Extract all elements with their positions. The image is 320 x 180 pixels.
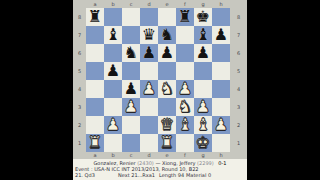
coord-label: 3 [73,98,86,116]
square-d1[interactable] [140,134,158,152]
square-b8[interactable] [104,8,122,26]
chess-panel: abcdefgh 87654321 ♜♜♚♝♛♞♝♟♞♟♟♟♟♟♟♞♟♟♞♟♟♛… [73,0,247,180]
board-frame: abcdefgh 87654321 ♜♜♚♝♛♞♝♟♞♟♟♟♟♟♟♞♟♟♞♟♟♛… [73,0,247,159]
square-c5[interactable] [122,62,140,80]
coord-label: d [140,0,158,8]
white-bishop: ♝ [178,116,192,134]
square-b1[interactable] [104,134,122,152]
frame-corner [73,152,86,159]
square-f6[interactable] [176,44,194,62]
black-pawn: ♟ [124,80,138,98]
square-c6[interactable]: ♞ [122,44,140,62]
black-pawn: ♟ [142,44,156,62]
black-pawn: ♟ [214,26,228,44]
square-e4[interactable]: ♞ [158,80,176,98]
white-king: ♚ [196,134,210,152]
square-c3[interactable]: ♟ [122,98,140,116]
black-bishop: ♝ [106,26,120,44]
square-b4[interactable] [104,80,122,98]
white-pawn: ♟ [142,80,156,98]
white-bishop: ♝ [196,116,210,134]
white-rook: ♜ [160,134,174,152]
coord-label: 2 [73,116,86,134]
square-a3[interactable] [86,98,104,116]
white-pawn: ♟ [214,116,228,134]
square-f2[interactable]: ♝ [176,116,194,134]
black-pawn: ♟ [106,62,120,80]
square-c8[interactable] [122,8,140,26]
coord-label: 4 [230,80,247,98]
black-rating: (2299) [197,160,214,166]
black-pawn: ♟ [160,44,174,62]
black-knight: ♞ [124,44,138,62]
white-knight: ♞ [160,80,174,98]
square-c4[interactable]: ♟ [122,80,140,98]
square-f7[interactable] [176,26,194,44]
white-pawn: ♟ [196,98,210,116]
frame-corner [230,152,247,159]
white-knight: ♞ [178,98,192,116]
coord-label: 1 [73,134,86,152]
frame-corner [230,0,247,8]
square-a7[interactable] [86,26,104,44]
square-b2[interactable]: ♟ [104,116,122,134]
square-a6[interactable] [86,44,104,62]
coord-label: 1 [230,134,247,152]
square-g1[interactable]: ♚ [194,134,212,152]
square-h4[interactable] [212,80,230,98]
game-result: 0-1 [218,160,226,166]
square-g6[interactable]: ♟ [194,44,212,62]
square-g8[interactable]: ♚ [194,8,212,26]
square-a8[interactable]: ♜ [86,8,104,26]
material-balance: Material 0 [186,172,211,178]
square-f8[interactable]: ♜ [176,8,194,26]
square-c2[interactable] [122,116,140,134]
frame-corner [73,0,86,8]
players-line: Gonzalez, Renier (2430) — Xiong, Jeffery… [73,159,247,166]
coord-label: g [194,152,212,159]
square-e7[interactable]: ♞ [158,26,176,44]
coord-label: 8 [230,8,247,26]
coord-label: e [158,152,176,159]
square-h2[interactable]: ♟ [212,116,230,134]
coord-label: 2 [230,116,247,134]
black-king: ♚ [196,8,210,26]
square-f1[interactable] [176,134,194,152]
black-rook: ♜ [88,8,102,26]
coord-label: a [86,152,104,159]
square-a1[interactable]: ♜ [86,134,104,152]
square-e5[interactable] [158,62,176,80]
coord-label: b [104,0,122,8]
white-pawn: ♟ [106,116,120,134]
square-d6[interactable]: ♟ [140,44,158,62]
coord-label: c [122,0,140,8]
coord-label: 4 [73,80,86,98]
black-pawn: ♟ [196,44,210,62]
move-status-line: 21. Qd3 Next 21...Rxa1 Length 94 Materia… [73,172,247,178]
coord-label: h [212,152,230,159]
square-a4[interactable] [86,80,104,98]
coord-label: 5 [73,62,86,80]
square-e3[interactable] [158,98,176,116]
square-c1[interactable] [122,134,140,152]
coord-label: 5 [230,62,247,80]
white-pawn: ♟ [124,98,138,116]
square-d2[interactable] [140,116,158,134]
square-g7[interactable]: ♝ [194,26,212,44]
square-g3[interactable]: ♟ [194,98,212,116]
square-f5[interactable] [176,62,194,80]
square-d8[interactable] [140,8,158,26]
square-d5[interactable] [140,62,158,80]
square-h5[interactable] [212,62,230,80]
coord-label: 7 [73,26,86,44]
square-f3[interactable]: ♞ [176,98,194,116]
square-g4[interactable] [194,80,212,98]
coord-label: 6 [230,44,247,62]
coord-label: 3 [230,98,247,116]
next-move: Next 21...Rxa1 [118,172,155,178]
square-e1[interactable]: ♜ [158,134,176,152]
square-a2[interactable] [86,116,104,134]
square-h6[interactable] [212,44,230,62]
square-d4[interactable]: ♟ [140,80,158,98]
game-length: Length 94 [159,172,184,178]
square-h1[interactable] [212,134,230,152]
rank-labels-right: 87654321 [230,8,247,152]
square-h7[interactable]: ♟ [212,26,230,44]
coord-label: 8 [73,8,86,26]
black-bishop: ♝ [196,26,210,44]
square-b6[interactable] [104,44,122,62]
coord-label: e [158,0,176,8]
square-e6[interactable]: ♟ [158,44,176,62]
square-g5[interactable] [194,62,212,80]
square-f4[interactable]: ♟ [176,80,194,98]
black-queen: ♛ [142,26,156,44]
white-rook: ♜ [88,134,102,152]
square-e8[interactable] [158,8,176,26]
square-a5[interactable] [86,62,104,80]
black-knight: ♞ [160,26,174,44]
square-h8[interactable] [212,8,230,26]
coord-label: 6 [73,44,86,62]
square-b3[interactable] [104,98,122,116]
chess-board: ♜♜♚♝♛♞♝♟♞♟♟♟♟♟♟♞♟♟♞♟♟♛♝♝♟♜♜♚ [86,8,230,152]
rank-labels-left: 87654321 [73,8,86,152]
file-labels-bottom: abcdefgh [86,152,230,159]
white-pawn: ♟ [178,80,192,98]
coord-label: b [104,152,122,159]
square-d3[interactable] [140,98,158,116]
coord-label: d [140,152,158,159]
square-g2[interactable]: ♝ [194,116,212,134]
square-c7[interactable] [122,26,140,44]
black-rook: ♜ [178,8,192,26]
coord-label: h [212,0,230,8]
coord-label: 7 [230,26,247,44]
square-h3[interactable] [212,98,230,116]
game-info-bar: Gonzalez, Renier (2430) — Xiong, Jeffery… [73,159,247,180]
square-e2[interactable]: ♛ [158,116,176,134]
coord-label: c [122,152,140,159]
square-d7[interactable]: ♛ [140,26,158,44]
white-queen: ♛ [160,116,174,134]
video-frame: abcdefgh 87654321 ♜♜♚♝♛♞♝♟♞♟♟♟♟♟♟♞♟♟♞♟♟♛… [0,0,320,180]
square-b5[interactable]: ♟ [104,62,122,80]
current-move: 21. Qd3 [75,172,95,178]
coord-label: f [176,152,194,159]
square-b7[interactable]: ♝ [104,26,122,44]
